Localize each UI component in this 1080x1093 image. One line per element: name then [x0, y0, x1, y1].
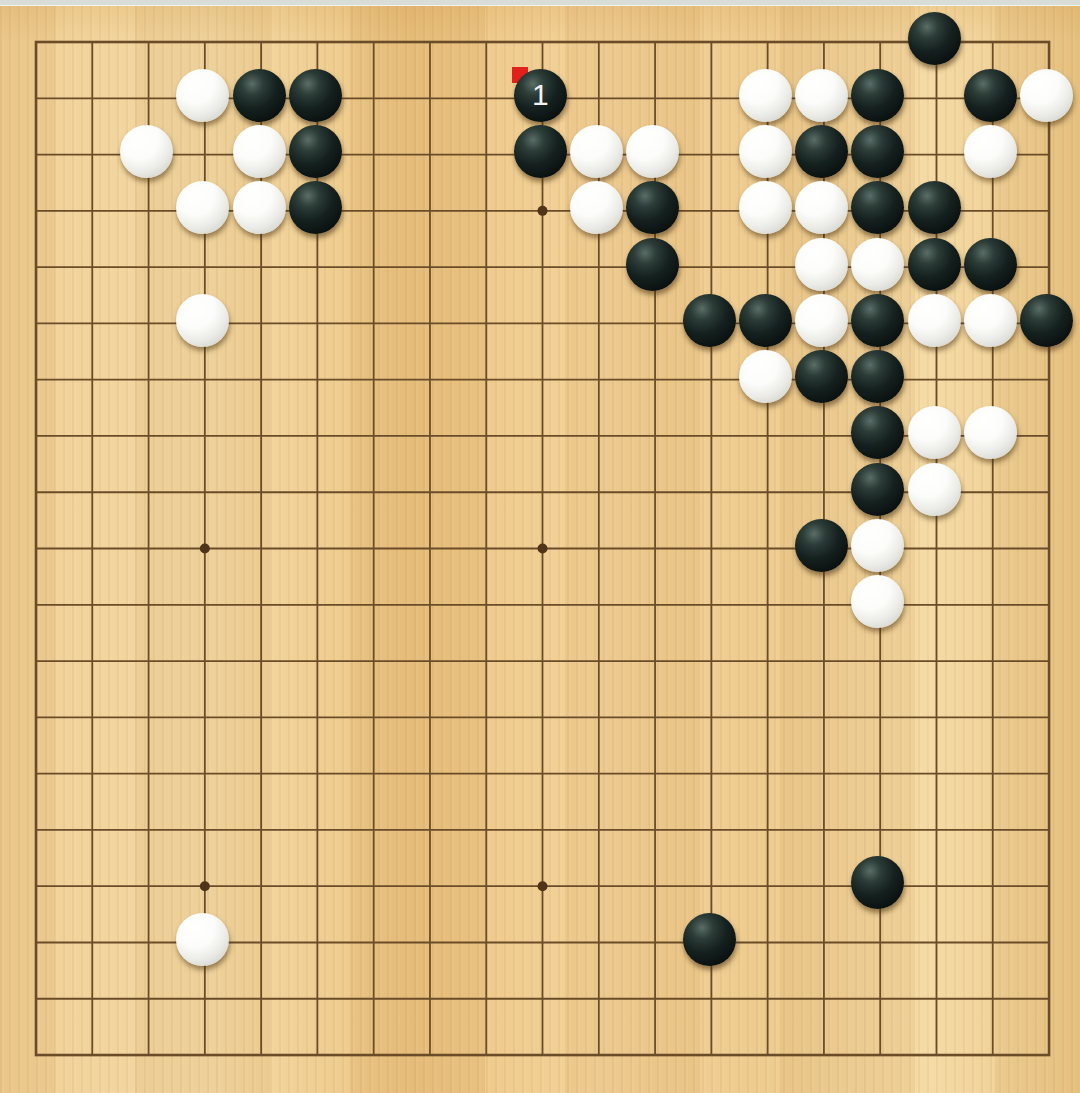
- board-intersection[interactable]: [681, 911, 737, 967]
- board-intersection[interactable]: [962, 292, 1018, 348]
- board-intersection[interactable]: [850, 236, 906, 292]
- white-stone[interactable]: [851, 519, 904, 572]
- white-stone[interactable]: [908, 294, 961, 347]
- board-intersection[interactable]: [794, 236, 850, 292]
- white-stone[interactable]: [964, 125, 1017, 178]
- board-intersection[interactable]: [175, 911, 231, 967]
- white-stone[interactable]: [908, 406, 961, 459]
- board-intersection[interactable]: [906, 461, 962, 517]
- board-intersection[interactable]: [118, 123, 174, 179]
- board-intersection[interactable]: [962, 123, 1018, 179]
- board-intersection[interactable]: [625, 236, 681, 292]
- board-intersection[interactable]: [906, 11, 962, 67]
- board-intersection[interactable]: [1019, 67, 1075, 123]
- black-stone[interactable]: [851, 350, 904, 403]
- board-intersection[interactable]: [850, 461, 906, 517]
- board-intersection[interactable]: [737, 180, 793, 236]
- white-stone[interactable]: [176, 181, 229, 234]
- board-intersection[interactable]: [850, 180, 906, 236]
- black-stone[interactable]: [683, 913, 736, 966]
- board-intersection[interactable]: [625, 180, 681, 236]
- white-stone[interactable]: [739, 350, 792, 403]
- black-stone[interactable]: [851, 463, 904, 516]
- white-stone[interactable]: [964, 406, 1017, 459]
- white-stone[interactable]: [908, 463, 961, 516]
- white-stone[interactable]: [570, 125, 623, 178]
- white-stone[interactable]: [176, 69, 229, 122]
- board-intersection[interactable]: [175, 67, 231, 123]
- board-intersection[interactable]: [850, 123, 906, 179]
- board-intersection[interactable]: [850, 67, 906, 123]
- black-stone[interactable]: [739, 294, 792, 347]
- board-intersection[interactable]: [850, 574, 906, 630]
- board-intersection[interactable]: [794, 123, 850, 179]
- black-stone[interactable]: [851, 69, 904, 122]
- black-stone[interactable]: [1020, 294, 1073, 347]
- white-stone[interactable]: [795, 69, 848, 122]
- window-top-strip: [0, 0, 1080, 6]
- white-stone[interactable]: [964, 294, 1017, 347]
- black-stone[interactable]: [964, 69, 1017, 122]
- board-intersection[interactable]: [906, 180, 962, 236]
- white-stone[interactable]: [570, 181, 623, 234]
- stone-grid[interactable]: 1: [6, 11, 1075, 1080]
- black-stone[interactable]: [626, 181, 679, 234]
- board-intersection[interactable]: [231, 67, 287, 123]
- board-intersection[interactable]: [569, 180, 625, 236]
- board-intersection[interactable]: [231, 123, 287, 179]
- white-stone[interactable]: [176, 913, 229, 966]
- black-stone[interactable]: [795, 125, 848, 178]
- board-intersection[interactable]: [850, 517, 906, 573]
- black-stone[interactable]: [233, 69, 286, 122]
- white-stone[interactable]: [120, 125, 173, 178]
- white-stone[interactable]: [795, 181, 848, 234]
- board-intersection[interactable]: [850, 855, 906, 911]
- board-intersection[interactable]: [962, 236, 1018, 292]
- white-stone[interactable]: [626, 125, 679, 178]
- board-intersection[interactable]: [850, 348, 906, 404]
- white-stone[interactable]: [739, 125, 792, 178]
- board-intersection[interactable]: [794, 348, 850, 404]
- black-stone[interactable]: [964, 238, 1017, 291]
- black-stone[interactable]: [289, 181, 342, 234]
- board-intersection[interactable]: [512, 123, 568, 179]
- board-intersection[interactable]: [175, 292, 231, 348]
- board-intersection[interactable]: [681, 292, 737, 348]
- white-stone[interactable]: [739, 69, 792, 122]
- white-stone[interactable]: [1020, 69, 1073, 122]
- board-intersection[interactable]: [906, 236, 962, 292]
- board-intersection[interactable]: [794, 67, 850, 123]
- board-intersection[interactable]: [175, 180, 231, 236]
- white-stone[interactable]: [233, 181, 286, 234]
- black-stone[interactable]: [683, 294, 736, 347]
- white-stone[interactable]: [851, 238, 904, 291]
- black-stone[interactable]: [514, 125, 567, 178]
- board-intersection[interactable]: [962, 405, 1018, 461]
- white-stone[interactable]: [795, 294, 848, 347]
- black-stone[interactable]: [626, 238, 679, 291]
- black-stone[interactable]: [908, 238, 961, 291]
- board-intersection[interactable]: [737, 123, 793, 179]
- board-intersection[interactable]: [794, 180, 850, 236]
- black-stone[interactable]: [851, 406, 904, 459]
- board-intersection[interactable]: [737, 292, 793, 348]
- black-stone[interactable]: [851, 125, 904, 178]
- black-stone[interactable]: [908, 181, 961, 234]
- white-stone[interactable]: [795, 238, 848, 291]
- black-stone[interactable]: 1: [514, 69, 567, 122]
- board-intersection[interactable]: [850, 405, 906, 461]
- black-stone[interactable]: [908, 12, 961, 65]
- black-stone[interactable]: [795, 350, 848, 403]
- go-app-screen: 1: [0, 0, 1080, 1093]
- board-intersection[interactable]: [850, 292, 906, 348]
- board-intersection[interactable]: [737, 348, 793, 404]
- board-intersection[interactable]: [231, 180, 287, 236]
- board-intersection[interactable]: [287, 67, 343, 123]
- white-stone[interactable]: [851, 575, 904, 628]
- board-intersection[interactable]: [287, 180, 343, 236]
- black-stone[interactable]: [289, 69, 342, 122]
- board-intersection[interactable]: [737, 67, 793, 123]
- board-intersection[interactable]: [794, 517, 850, 573]
- black-stone[interactable]: [851, 181, 904, 234]
- board-intersection[interactable]: [962, 67, 1018, 123]
- black-stone[interactable]: [851, 856, 904, 909]
- white-stone[interactable]: [233, 125, 286, 178]
- white-stone[interactable]: [739, 181, 792, 234]
- black-stone[interactable]: [851, 294, 904, 347]
- black-stone[interactable]: [289, 125, 342, 178]
- board-intersection[interactable]: 1: [512, 67, 568, 123]
- board-intersection[interactable]: [1019, 292, 1075, 348]
- board-intersection[interactable]: [794, 292, 850, 348]
- board-intersection[interactable]: [287, 123, 343, 179]
- board-intersection[interactable]: [625, 123, 681, 179]
- board-intersection[interactable]: [906, 405, 962, 461]
- board-intersection[interactable]: [569, 123, 625, 179]
- white-stone[interactable]: [176, 294, 229, 347]
- black-stone[interactable]: [795, 519, 848, 572]
- move-number-label: 1: [532, 80, 549, 110]
- board-intersection[interactable]: [906, 292, 962, 348]
